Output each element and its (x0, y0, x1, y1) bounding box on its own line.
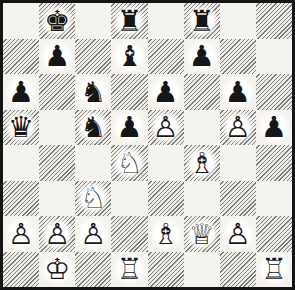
square-c6[interactable]: ♞ (75, 74, 111, 110)
white-bishop-f4: ♗ (185, 146, 219, 180)
square-h8[interactable] (256, 3, 292, 39)
square-e1[interactable] (148, 252, 184, 288)
white-king-b1: ♔ (40, 252, 74, 286)
square-f2[interactable]: ♕ (184, 216, 220, 252)
black-queen-a5: ♛ (4, 110, 38, 144)
square-c3[interactable]: ♘ (75, 181, 111, 217)
black-pawn-h5: ♟ (257, 110, 291, 144)
black-pawn-g6: ♟ (221, 75, 255, 109)
square-d7[interactable]: ♝ (111, 39, 147, 75)
white-queen-f2: ♕ (185, 217, 219, 251)
square-f3[interactable] (184, 181, 220, 217)
square-a7[interactable] (3, 39, 39, 75)
black-pawn-f7: ♟ (185, 39, 219, 73)
square-f1[interactable] (184, 252, 220, 288)
black-pawn-d5: ♟ (112, 110, 146, 144)
square-g3[interactable] (220, 181, 256, 217)
square-c4[interactable] (75, 145, 111, 181)
square-b5[interactable] (39, 110, 75, 146)
square-b2[interactable]: ♙ (39, 216, 75, 252)
square-g1[interactable] (220, 252, 256, 288)
square-a3[interactable] (3, 181, 39, 217)
square-e4[interactable] (148, 145, 184, 181)
square-g5[interactable]: ♙ (220, 110, 256, 146)
square-h4[interactable] (256, 145, 292, 181)
square-d3[interactable] (111, 181, 147, 217)
white-pawn-b2: ♙ (40, 217, 74, 251)
white-pawn-e5: ♙ (149, 110, 183, 144)
square-b8[interactable]: ♚ (39, 3, 75, 39)
square-b7[interactable]: ♟ (39, 39, 75, 75)
square-a6[interactable]: ♟ (3, 74, 39, 110)
square-f8[interactable]: ♜ (184, 3, 220, 39)
white-pawn-g2: ♙ (221, 217, 255, 251)
square-e3[interactable] (148, 181, 184, 217)
square-c7[interactable] (75, 39, 111, 75)
square-g6[interactable]: ♟ (220, 74, 256, 110)
square-h3[interactable] (256, 181, 292, 217)
white-bishop-e2: ♗ (149, 217, 183, 251)
square-e2[interactable]: ♗ (148, 216, 184, 252)
square-a4[interactable] (3, 145, 39, 181)
square-f5[interactable] (184, 110, 220, 146)
square-e8[interactable] (148, 3, 184, 39)
white-pawn-a2: ♙ (4, 217, 38, 251)
black-pawn-b7: ♟ (40, 39, 74, 73)
white-rook-d1: ♖ (112, 252, 146, 286)
black-bishop-d7: ♝ (112, 39, 146, 73)
black-pawn-a6: ♟ (4, 75, 38, 109)
black-knight-c6: ♞ (76, 75, 110, 109)
square-h7[interactable] (256, 39, 292, 75)
square-g2[interactable]: ♙ (220, 216, 256, 252)
board-frame: ♚♜♜♟♝♟♟♞♟♟♛♞♟♙♙♟♘♗♘♙♙♙♗♕♙♔♖♖ (0, 0, 295, 290)
square-b1[interactable]: ♔ (39, 252, 75, 288)
square-f7[interactable]: ♟ (184, 39, 220, 75)
square-g8[interactable] (220, 3, 256, 39)
square-a8[interactable] (3, 3, 39, 39)
square-c5[interactable]: ♞ (75, 110, 111, 146)
chess-diagram: ♚♜♜♟♝♟♟♞♟♟♛♞♟♙♙♟♘♗♘♙♙♙♗♕♙♔♖♖ (0, 0, 295, 290)
black-rook-d8: ♜ (112, 4, 146, 38)
square-c1[interactable] (75, 252, 111, 288)
white-knight-d4: ♘ (112, 146, 146, 180)
square-e7[interactable] (148, 39, 184, 75)
square-d1[interactable]: ♖ (111, 252, 147, 288)
square-h2[interactable] (256, 216, 292, 252)
square-f6[interactable] (184, 74, 220, 110)
square-c8[interactable] (75, 3, 111, 39)
square-g4[interactable] (220, 145, 256, 181)
square-e5[interactable]: ♙ (148, 110, 184, 146)
square-d4[interactable]: ♘ (111, 145, 147, 181)
square-b4[interactable] (39, 145, 75, 181)
square-d2[interactable] (111, 216, 147, 252)
white-knight-c3: ♘ (76, 181, 110, 215)
square-d5[interactable]: ♟ (111, 110, 147, 146)
square-e6[interactable]: ♟ (148, 74, 184, 110)
square-a1[interactable] (3, 252, 39, 288)
square-g7[interactable] (220, 39, 256, 75)
square-a5[interactable]: ♛ (3, 110, 39, 146)
square-a2[interactable]: ♙ (3, 216, 39, 252)
square-h5[interactable]: ♟ (256, 110, 292, 146)
square-f4[interactable]: ♗ (184, 145, 220, 181)
square-d8[interactable]: ♜ (111, 3, 147, 39)
black-knight-c5: ♞ (76, 110, 110, 144)
white-pawn-c2: ♙ (76, 217, 110, 251)
white-rook-h1: ♖ (257, 252, 291, 286)
black-king-b8: ♚ (40, 4, 74, 38)
square-h6[interactable] (256, 74, 292, 110)
square-h1[interactable]: ♖ (256, 252, 292, 288)
square-b6[interactable] (39, 74, 75, 110)
white-pawn-g5: ♙ (221, 110, 255, 144)
square-c2[interactable]: ♙ (75, 216, 111, 252)
chess-board: ♚♜♜♟♝♟♟♞♟♟♛♞♟♙♙♟♘♗♘♙♙♙♗♕♙♔♖♖ (3, 3, 292, 287)
black-rook-f8: ♜ (185, 4, 219, 38)
black-pawn-e6: ♟ (149, 75, 183, 109)
square-d6[interactable] (111, 74, 147, 110)
square-b3[interactable] (39, 181, 75, 217)
